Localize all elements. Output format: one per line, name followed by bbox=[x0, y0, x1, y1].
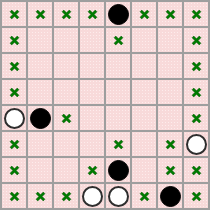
game-board bbox=[0, 0, 210, 210]
cell-r1c8[interactable] bbox=[184, 2, 208, 26]
cell-r6c1[interactable] bbox=[2, 132, 26, 156]
cell-r8c7[interactable] bbox=[158, 184, 182, 208]
cell-r4c5[interactable] bbox=[106, 80, 130, 104]
green-x-marker-icon bbox=[191, 191, 202, 202]
cell-r1c2[interactable] bbox=[28, 2, 52, 26]
cell-r7c5[interactable] bbox=[106, 158, 130, 182]
cell-r3c2[interactable] bbox=[28, 54, 52, 78]
cell-r6c5[interactable] bbox=[106, 132, 130, 156]
cell-r1c6[interactable] bbox=[132, 2, 156, 26]
cell-r4c6[interactable] bbox=[132, 80, 156, 104]
green-x-marker-icon bbox=[61, 113, 72, 124]
cell-r2c8[interactable] bbox=[184, 28, 208, 52]
cell-r7c4[interactable] bbox=[80, 158, 104, 182]
cell-r8c5[interactable] bbox=[106, 184, 130, 208]
cell-r6c3[interactable] bbox=[54, 132, 78, 156]
cell-r8c6[interactable] bbox=[132, 184, 156, 208]
cell-r4c4[interactable] bbox=[80, 80, 104, 104]
cell-r1c7[interactable] bbox=[158, 2, 182, 26]
green-x-marker-icon bbox=[191, 9, 202, 20]
cell-r3c8[interactable] bbox=[184, 54, 208, 78]
black-disc[interactable] bbox=[30, 108, 51, 129]
cell-r7c8[interactable] bbox=[184, 158, 208, 182]
green-x-marker-icon bbox=[61, 9, 72, 20]
cell-r2c4[interactable] bbox=[80, 28, 104, 52]
cell-r7c3[interactable] bbox=[54, 158, 78, 182]
cell-r6c2[interactable] bbox=[28, 132, 52, 156]
green-x-marker-icon bbox=[9, 87, 20, 98]
green-x-marker-icon bbox=[113, 139, 124, 150]
cell-r4c2[interactable] bbox=[28, 80, 52, 104]
cell-r5c5[interactable] bbox=[106, 106, 130, 130]
green-x-marker-icon bbox=[9, 9, 20, 20]
cell-r1c3[interactable] bbox=[54, 2, 78, 26]
cell-r8c1[interactable] bbox=[2, 184, 26, 208]
green-x-marker-icon bbox=[9, 165, 20, 176]
cell-r6c6[interactable] bbox=[132, 132, 156, 156]
cell-r7c2[interactable] bbox=[28, 158, 52, 182]
cell-r1c1[interactable] bbox=[2, 2, 26, 26]
green-x-marker-icon bbox=[191, 87, 202, 98]
green-x-marker-icon bbox=[35, 9, 46, 20]
green-x-marker-icon bbox=[139, 9, 150, 20]
cell-r4c1[interactable] bbox=[2, 80, 26, 104]
green-x-marker-icon bbox=[87, 165, 98, 176]
cell-r5c8[interactable] bbox=[184, 106, 208, 130]
cell-r7c1[interactable] bbox=[2, 158, 26, 182]
green-x-marker-icon bbox=[191, 113, 202, 124]
cell-r2c1[interactable] bbox=[2, 28, 26, 52]
cell-r7c7[interactable] bbox=[158, 158, 182, 182]
cell-r6c4[interactable] bbox=[80, 132, 104, 156]
cell-r2c5[interactable] bbox=[106, 28, 130, 52]
black-disc[interactable] bbox=[108, 160, 129, 181]
cell-r4c3[interactable] bbox=[54, 80, 78, 104]
cell-r1c5[interactable] bbox=[106, 2, 130, 26]
green-x-marker-icon bbox=[165, 165, 176, 176]
green-x-marker-icon bbox=[87, 9, 98, 20]
green-x-marker-icon bbox=[165, 139, 176, 150]
cell-r1c4[interactable] bbox=[80, 2, 104, 26]
cell-r2c3[interactable] bbox=[54, 28, 78, 52]
cell-r4c7[interactable] bbox=[158, 80, 182, 104]
green-x-marker-icon bbox=[9, 61, 20, 72]
cell-r5c4[interactable] bbox=[80, 106, 104, 130]
black-disc[interactable] bbox=[160, 186, 181, 207]
white-disc[interactable] bbox=[82, 186, 103, 207]
white-disc[interactable] bbox=[186, 134, 207, 155]
green-x-marker-icon bbox=[139, 191, 150, 202]
cell-r3c3[interactable] bbox=[54, 54, 78, 78]
green-x-marker-icon bbox=[9, 35, 20, 46]
cell-r5c3[interactable] bbox=[54, 106, 78, 130]
green-x-marker-icon bbox=[35, 191, 46, 202]
green-x-marker-icon bbox=[191, 61, 202, 72]
green-x-marker-icon bbox=[191, 35, 202, 46]
cell-r2c6[interactable] bbox=[132, 28, 156, 52]
cell-r3c7[interactable] bbox=[158, 54, 182, 78]
cell-r3c6[interactable] bbox=[132, 54, 156, 78]
green-x-marker-icon bbox=[191, 165, 202, 176]
cell-r3c4[interactable] bbox=[80, 54, 104, 78]
cell-r5c6[interactable] bbox=[132, 106, 156, 130]
cell-r3c5[interactable] bbox=[106, 54, 130, 78]
cell-r8c2[interactable] bbox=[28, 184, 52, 208]
white-disc[interactable] bbox=[4, 108, 25, 129]
cell-r5c1[interactable] bbox=[2, 106, 26, 130]
white-disc[interactable] bbox=[108, 186, 129, 207]
cell-r5c2[interactable] bbox=[28, 106, 52, 130]
green-x-marker-icon bbox=[61, 191, 72, 202]
cell-r2c7[interactable] bbox=[158, 28, 182, 52]
black-disc[interactable] bbox=[108, 4, 129, 25]
green-x-marker-icon bbox=[9, 139, 20, 150]
green-x-marker-icon bbox=[9, 191, 20, 202]
cell-r8c4[interactable] bbox=[80, 184, 104, 208]
cell-r2c2[interactable] bbox=[28, 28, 52, 52]
cell-r4c8[interactable] bbox=[184, 80, 208, 104]
cell-r6c8[interactable] bbox=[184, 132, 208, 156]
green-x-marker-icon bbox=[165, 9, 176, 20]
cell-r7c6[interactable] bbox=[132, 158, 156, 182]
cell-r8c3[interactable] bbox=[54, 184, 78, 208]
green-x-marker-icon bbox=[113, 35, 124, 46]
cell-r8c8[interactable] bbox=[184, 184, 208, 208]
cell-r6c7[interactable] bbox=[158, 132, 182, 156]
cell-r3c1[interactable] bbox=[2, 54, 26, 78]
cell-r5c7[interactable] bbox=[158, 106, 182, 130]
